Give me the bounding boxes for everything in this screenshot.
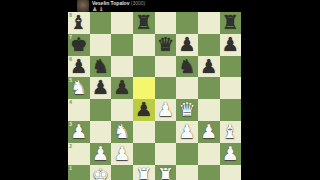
square-h4[interactable] xyxy=(220,99,242,121)
piece-black-rook-h8[interactable]: ♜ xyxy=(220,12,242,34)
square-e1[interactable]: e♜ xyxy=(155,165,177,180)
piece-black-rook-d8[interactable]: ♜ xyxy=(133,12,155,34)
piece-white-pawn-h2[interactable]: ♟ xyxy=(220,143,242,165)
square-a2[interactable]: 2 xyxy=(68,143,90,165)
square-d5[interactable] xyxy=(133,77,155,99)
square-a7[interactable]: 7♚ xyxy=(68,34,90,56)
square-h2[interactable]: ♟ xyxy=(220,143,242,165)
square-d6[interactable] xyxy=(133,56,155,78)
square-f2[interactable] xyxy=(176,143,198,165)
piece-white-pawn-f3[interactable]: ♟ xyxy=(176,121,198,143)
piece-white-rook-e1[interactable]: ♜ xyxy=(155,165,177,180)
rank-label-5: 5 xyxy=(69,78,72,83)
square-f5[interactable] xyxy=(176,77,198,99)
square-d7[interactable] xyxy=(133,34,155,56)
piece-black-pawn-b5[interactable]: ♟ xyxy=(90,77,112,99)
square-a8[interactable]: 8♝ xyxy=(68,12,90,34)
piece-black-pawn-c5[interactable]: ♟ xyxy=(111,77,133,99)
square-g8[interactable] xyxy=(198,12,220,34)
square-g4[interactable] xyxy=(198,99,220,121)
piece-black-pawn-f7[interactable]: ♟ xyxy=(176,34,198,56)
square-d4[interactable]: ♟ xyxy=(133,99,155,121)
square-g6[interactable]: ♟ xyxy=(198,56,220,78)
square-g5[interactable] xyxy=(198,77,220,99)
square-e6[interactable] xyxy=(155,56,177,78)
rank-label-1: 1 xyxy=(69,166,72,171)
square-f1[interactable]: f xyxy=(176,165,198,180)
square-c7[interactable] xyxy=(111,34,133,56)
square-e3[interactable] xyxy=(155,121,177,143)
square-a1[interactable]: 1a xyxy=(68,165,90,180)
square-h7[interactable]: ♟ xyxy=(220,34,242,56)
square-e4[interactable]: ♟ xyxy=(155,99,177,121)
square-d2[interactable] xyxy=(133,143,155,165)
square-e5[interactable] xyxy=(155,77,177,99)
square-h5[interactable] xyxy=(220,77,242,99)
square-f7[interactable]: ♟ xyxy=(176,34,198,56)
piece-black-knight-b6[interactable]: ♞ xyxy=(90,56,112,78)
square-b2[interactable]: ♟ xyxy=(90,143,112,165)
app-window: Veselin Topalov (3000) ♟♝ 8♝♜♜7♚♛♟♟6♟♞♞♟… xyxy=(0,0,320,180)
square-d3[interactable] xyxy=(133,121,155,143)
square-g1[interactable]: g xyxy=(198,165,220,180)
square-f6[interactable]: ♞ xyxy=(176,56,198,78)
square-h6[interactable] xyxy=(220,56,242,78)
rank-label-6: 6 xyxy=(69,57,72,62)
rank-label-3: 3 xyxy=(69,122,72,127)
piece-white-pawn-c2[interactable]: ♟ xyxy=(111,143,133,165)
square-g2[interactable] xyxy=(198,143,220,165)
square-e8[interactable] xyxy=(155,12,177,34)
square-b8[interactable] xyxy=(90,12,112,34)
square-h3[interactable]: ♝ xyxy=(220,121,242,143)
square-h1[interactable]: h xyxy=(220,165,242,180)
square-g7[interactable] xyxy=(198,34,220,56)
piece-white-bishop-h3[interactable]: ♝ xyxy=(220,121,242,143)
square-d1[interactable]: d♜ xyxy=(133,165,155,180)
square-b4[interactable] xyxy=(90,99,112,121)
square-f3[interactable]: ♟ xyxy=(176,121,198,143)
square-c2[interactable]: ♟ xyxy=(111,143,133,165)
rank-label-2: 2 xyxy=(69,144,72,149)
square-b7[interactable] xyxy=(90,34,112,56)
square-c6[interactable] xyxy=(111,56,133,78)
piece-black-pawn-g6[interactable]: ♟ xyxy=(198,56,220,78)
chess-board[interactable]: 8♝♜♜7♚♛♟♟6♟♞♞♟5♞♟♟4♟♟♛3♟♞♟♟♝2♟♟♟1ab♚cd♜e… xyxy=(68,12,241,180)
rank-label-8: 8 xyxy=(69,13,72,18)
square-c4[interactable] xyxy=(111,99,133,121)
square-b5[interactable]: ♟ xyxy=(90,77,112,99)
rank-label-7: 7 xyxy=(69,35,72,40)
square-b6[interactable]: ♞ xyxy=(90,56,112,78)
piece-black-knight-f6[interactable]: ♞ xyxy=(176,56,198,78)
piece-white-rook-d1[interactable]: ♜ xyxy=(133,165,155,180)
square-f8[interactable] xyxy=(176,12,198,34)
square-h8[interactable]: ♜ xyxy=(220,12,242,34)
square-a3[interactable]: 3♟ xyxy=(68,121,90,143)
square-d8[interactable]: ♜ xyxy=(133,12,155,34)
square-c5[interactable]: ♟ xyxy=(111,77,133,99)
piece-white-pawn-g3[interactable]: ♟ xyxy=(198,121,220,143)
piece-black-pawn-d4[interactable]: ♟ xyxy=(133,99,155,121)
piece-black-queen-e7[interactable]: ♛ xyxy=(155,34,177,56)
captured-bishop-icon: ♝ xyxy=(98,5,104,12)
square-f4[interactable]: ♛ xyxy=(176,99,198,121)
square-b1[interactable]: b♚ xyxy=(90,165,112,180)
piece-white-pawn-e4[interactable]: ♟ xyxy=(155,99,177,121)
piece-white-king-b1[interactable]: ♚ xyxy=(90,165,112,180)
piece-white-knight-c3[interactable]: ♞ xyxy=(111,121,133,143)
rank-label-4: 4 xyxy=(69,100,72,105)
square-a6[interactable]: 6♟ xyxy=(68,56,90,78)
square-a4[interactable]: 4 xyxy=(68,99,90,121)
square-a5[interactable]: 5♞ xyxy=(68,77,90,99)
square-e2[interactable] xyxy=(155,143,177,165)
square-c8[interactable] xyxy=(111,12,133,34)
square-c3[interactable]: ♞ xyxy=(111,121,133,143)
square-g3[interactable]: ♟ xyxy=(198,121,220,143)
piece-white-queen-f4[interactable]: ♛ xyxy=(176,99,198,121)
piece-black-pawn-h7[interactable]: ♟ xyxy=(220,34,242,56)
piece-white-pawn-b2[interactable]: ♟ xyxy=(90,143,112,165)
square-b3[interactable] xyxy=(90,121,112,143)
square-e7[interactable]: ♛ xyxy=(155,34,177,56)
square-c1[interactable]: c xyxy=(111,165,133,180)
